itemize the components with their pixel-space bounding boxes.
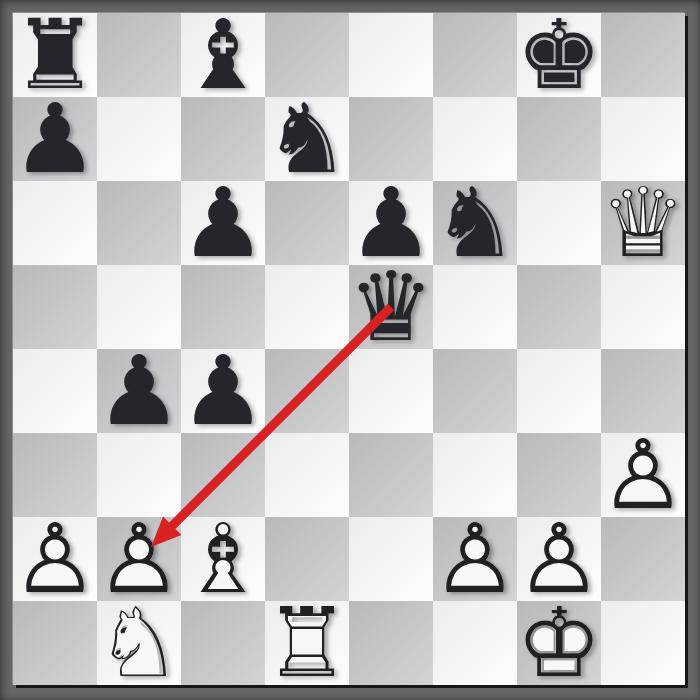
square-e4[interactable] xyxy=(349,349,433,433)
square-a4[interactable] xyxy=(13,349,97,433)
piece-glyph: ♟ xyxy=(181,181,265,265)
square-h5[interactable] xyxy=(601,265,685,349)
square-c6[interactable]: ♟ xyxy=(181,181,265,265)
square-h6[interactable]: ♛♕ xyxy=(601,181,685,265)
white-queen: ♛♕ xyxy=(601,181,685,265)
square-f1[interactable] xyxy=(433,601,517,685)
black-pawn: ♟ xyxy=(181,349,265,433)
square-d3[interactable] xyxy=(265,433,349,517)
square-e3[interactable] xyxy=(349,433,433,517)
black-knight: ♞ xyxy=(433,181,517,265)
square-e2[interactable] xyxy=(349,517,433,601)
square-g7[interactable] xyxy=(517,97,601,181)
square-c1[interactable] xyxy=(181,601,265,685)
square-f6[interactable]: ♞ xyxy=(433,181,517,265)
piece-glyph: ♞ xyxy=(265,97,349,181)
piece-glyph: ♛ xyxy=(349,265,433,349)
white-pawn: ♟♙ xyxy=(13,517,97,601)
square-b1[interactable]: ♞♘ xyxy=(97,601,181,685)
piece-outline-glyph: ♙ xyxy=(433,517,517,601)
black-king: ♚ xyxy=(517,13,601,97)
piece-outline-glyph: ♙ xyxy=(13,517,97,601)
black-bishop: ♝ xyxy=(181,13,265,97)
black-queen: ♛ xyxy=(349,265,433,349)
piece-glyph: ♚ xyxy=(517,13,601,97)
white-king: ♚♔ xyxy=(517,601,601,685)
square-a5[interactable] xyxy=(13,265,97,349)
square-b4[interactable]: ♟ xyxy=(97,349,181,433)
piece-glyph: ♝ xyxy=(181,13,265,97)
square-f5[interactable] xyxy=(433,265,517,349)
board-frame: ♜♝♚♟♞♟♟♞♛♕♛♟♟♟♙♟♙♟♙♝♗♟♙♟♙♞♘♜♖♚♔ xyxy=(0,0,700,700)
square-g6[interactable] xyxy=(517,181,601,265)
square-h3[interactable]: ♟♙ xyxy=(601,433,685,517)
square-d5[interactable] xyxy=(265,265,349,349)
square-a7[interactable]: ♟ xyxy=(13,97,97,181)
piece-outline-glyph: ♖ xyxy=(265,601,349,685)
square-c8[interactable]: ♝ xyxy=(181,13,265,97)
piece-glyph: ♟ xyxy=(13,97,97,181)
white-knight: ♞♘ xyxy=(97,601,181,685)
white-pawn: ♟♙ xyxy=(433,517,517,601)
square-c2[interactable]: ♝♗ xyxy=(181,517,265,601)
black-knight: ♞ xyxy=(265,97,349,181)
square-g5[interactable] xyxy=(517,265,601,349)
square-a1[interactable] xyxy=(13,601,97,685)
piece-glyph: ♟ xyxy=(181,349,265,433)
square-b8[interactable] xyxy=(97,13,181,97)
square-d1[interactable]: ♜♖ xyxy=(265,601,349,685)
square-e8[interactable] xyxy=(349,13,433,97)
white-rook: ♜♖ xyxy=(265,601,349,685)
white-bishop: ♝♗ xyxy=(181,517,265,601)
piece-glyph: ♟ xyxy=(97,349,181,433)
square-f2[interactable]: ♟♙ xyxy=(433,517,517,601)
piece-glyph: ♞ xyxy=(433,181,517,265)
piece-outline-glyph: ♙ xyxy=(601,433,685,517)
square-d4[interactable] xyxy=(265,349,349,433)
square-b6[interactable] xyxy=(97,181,181,265)
square-a2[interactable]: ♟♙ xyxy=(13,517,97,601)
square-g4[interactable] xyxy=(517,349,601,433)
square-g8[interactable]: ♚ xyxy=(517,13,601,97)
square-e5[interactable]: ♛ xyxy=(349,265,433,349)
square-c4[interactable]: ♟ xyxy=(181,349,265,433)
piece-outline-glyph: ♕ xyxy=(601,181,685,265)
square-d7[interactable]: ♞ xyxy=(265,97,349,181)
square-e1[interactable] xyxy=(349,601,433,685)
square-g1[interactable]: ♚♔ xyxy=(517,601,601,685)
black-pawn: ♟ xyxy=(97,349,181,433)
piece-outline-glyph: ♗ xyxy=(181,517,265,601)
square-h2[interactable] xyxy=(601,517,685,601)
chess-board: ♜♝♚♟♞♟♟♞♛♕♛♟♟♟♙♟♙♟♙♝♗♟♙♟♙♞♘♜♖♚♔ xyxy=(13,13,685,685)
square-f8[interactable] xyxy=(433,13,517,97)
square-b7[interactable] xyxy=(97,97,181,181)
square-f4[interactable] xyxy=(433,349,517,433)
square-d6[interactable] xyxy=(265,181,349,265)
black-pawn: ♟ xyxy=(13,97,97,181)
piece-outline-glyph: ♘ xyxy=(97,601,181,685)
square-h1[interactable] xyxy=(601,601,685,685)
white-pawn: ♟♙ xyxy=(601,433,685,517)
square-h8[interactable] xyxy=(601,13,685,97)
square-a6[interactable] xyxy=(13,181,97,265)
black-pawn: ♟ xyxy=(181,181,265,265)
piece-outline-glyph: ♔ xyxy=(517,601,601,685)
